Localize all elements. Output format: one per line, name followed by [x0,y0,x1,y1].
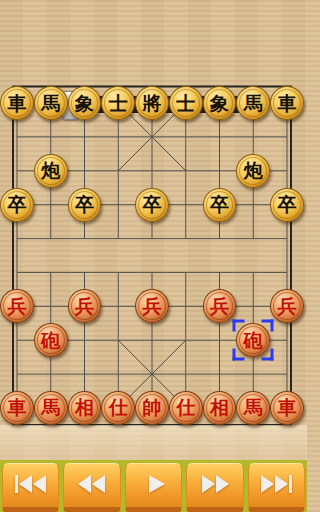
piece-red-相[interactable]: 相 [68,391,102,425]
piece-black-炮[interactable]: 炮 [236,154,270,188]
piece-red-砲[interactable]: 砲 [34,323,68,357]
board-grid: 車馬象士將士象馬車炮炮卒卒卒卒卒兵兵兵兵兵砲砲車馬相仕帥仕相馬車 [0,86,304,425]
piece-red-兵[interactable]: 兵 [270,289,304,323]
board-cell: 馬 [34,391,68,425]
board-cell: 馬 [236,391,270,425]
piece-red-兵[interactable]: 兵 [0,289,34,323]
piece-red-帥[interactable]: 帥 [135,391,169,425]
board-cell: 兵 [203,289,237,323]
rewind-icon [75,473,109,499]
piece-red-仕[interactable]: 仕 [101,391,135,425]
piece-red-馬[interactable]: 馬 [236,391,270,425]
piece-black-馬[interactable]: 馬 [34,86,68,120]
piece-black-馬[interactable]: 馬 [236,86,270,120]
piece-black-象[interactable]: 象 [203,86,237,120]
board-cell: 相 [203,391,237,425]
board-cell: 車 [270,391,304,425]
piece-black-車[interactable]: 車 [270,86,304,120]
piece-red-車[interactable]: 車 [270,391,304,425]
piece-black-卒[interactable]: 卒 [68,188,102,222]
board-cell: 兵 [135,289,169,323]
board-cell: 車 [0,86,34,120]
piece-red-兵[interactable]: 兵 [68,289,102,323]
board-cell: 炮 [34,154,68,188]
skip-to-start-button[interactable] [2,463,59,512]
board-cell: 車 [270,86,304,120]
board-cell: 仕 [101,391,135,425]
piece-black-士[interactable]: 士 [101,86,135,120]
move-slider-row: 0/77 77 [0,44,307,80]
piece-black-士[interactable]: 士 [169,86,203,120]
play-button[interactable] [125,463,182,512]
board-cell: 砲 [236,323,270,357]
piece-black-卒[interactable]: 卒 [270,188,304,222]
playback-toolbar [0,460,307,512]
board-cell: 士 [169,86,203,120]
piece-red-仕[interactable]: 仕 [169,391,203,425]
board-cell: 卒 [68,188,102,222]
board-cell: 兵 [0,289,34,323]
piece-black-車[interactable]: 車 [0,86,34,120]
board-cell: 炮 [236,154,270,188]
skip-to-end-button[interactable] [248,463,305,512]
board-cell: 卒 [203,188,237,222]
board-cell: 相 [68,391,102,425]
skip-to-start-icon [14,473,48,499]
forward-button[interactable] [186,463,243,512]
piece-red-馬[interactable]: 馬 [34,391,68,425]
board-cell: 卒 [0,188,34,222]
piece-black-卒[interactable]: 卒 [203,188,237,222]
board-cell: 將 [135,86,169,120]
skip-to-end-icon [259,473,293,499]
board-cell: 車 [0,391,34,425]
piece-red-砲[interactable]: 砲 [236,323,270,357]
board-cell: 兵 [270,289,304,323]
board-cell: 象 [203,86,237,120]
piece-red-車[interactable]: 車 [0,391,34,425]
board-cell: 卒 [270,188,304,222]
board-cell: 馬 [34,86,68,120]
piece-red-兵[interactable]: 兵 [135,289,169,323]
board-cell: 兵 [68,289,102,323]
piece-red-相[interactable]: 相 [203,391,237,425]
piece-black-卒[interactable]: 卒 [0,188,34,222]
piece-black-炮[interactable]: 炮 [34,154,68,188]
piece-red-兵[interactable]: 兵 [203,289,237,323]
piece-black-象[interactable]: 象 [68,86,102,120]
piece-black-卒[interactable]: 卒 [135,188,169,222]
fast-forward-icon [198,473,232,499]
piece-black-將[interactable]: 將 [135,86,169,120]
board-cell: 象 [68,86,102,120]
board-cell: 仕 [169,391,203,425]
rewind-button[interactable] [63,463,120,512]
play-icon [137,473,171,499]
board-cell: 帥 [135,391,169,425]
board-cell: 卒 [135,188,169,222]
board-cell: 砲 [34,323,68,357]
board-lower-margin [0,425,307,460]
board-cell: 馬 [236,86,270,120]
board-cell: 士 [101,86,135,120]
